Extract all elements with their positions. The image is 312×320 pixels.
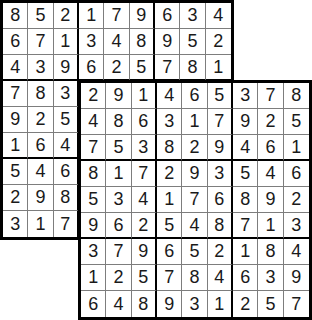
sudoku-cell-a-r1c1: 8 (3, 3, 28, 29)
sudoku-cell-a-r3c3: 9 (54, 55, 79, 81)
sudoku-cell-b-r5c5: 7 (182, 187, 207, 213)
sudoku-cell-b-r9c3: 8 (132, 291, 157, 317)
sudoku-cell-a-r3c1: 4 (3, 55, 28, 81)
sudoku-cell-a-r8c1: 2 (3, 185, 28, 211)
sudoku-cell-b-r4c6: 3 (208, 161, 233, 187)
sudoku-cell-b-r5c3: 4 (132, 187, 157, 213)
sudoku-cell-b-r3c1: 7 (81, 135, 106, 161)
sudoku-cell-b-r6c1: 9 (81, 213, 106, 239)
sudoku-cell-a-r6c3: 4 (54, 133, 79, 159)
sudoku-cell-b-r1c6: 5 (208, 83, 233, 109)
sudoku-cell-b-r5c6: 6 (208, 187, 233, 213)
sudoku-cell-b-r4c2: 1 (106, 161, 131, 187)
sudoku-cell-b-r9c2: 4 (106, 291, 131, 317)
sudoku-cell-b-r7c2: 7 (106, 239, 131, 265)
sudoku-cell-b-r8c2: 2 (106, 265, 131, 291)
sudoku-cell-a-r1c9: 4 (206, 3, 231, 29)
sudoku-cell-b-r4c7: 5 (233, 161, 258, 187)
sudoku-cell-b-r2c6: 7 (208, 109, 233, 135)
sudoku-cell-b-r5c1: 5 (81, 187, 106, 213)
sudoku-cell-b-r9c4: 9 (157, 291, 182, 317)
sudoku-cell-b-r6c6: 8 (208, 213, 233, 239)
sudoku-cell-a-r1c6: 9 (130, 3, 155, 29)
sudoku-cell-a-r3c9: 1 (206, 55, 231, 81)
sudoku-cell-b-r3c3: 3 (132, 135, 157, 161)
sudoku-cell-b-r6c4: 5 (157, 213, 182, 239)
sudoku-cell-a-r5c3: 5 (54, 107, 79, 133)
sudoku-cell-a-r6c1: 1 (3, 133, 28, 159)
sudoku-cell-a-r8c3: 8 (54, 185, 79, 211)
sudoku-cell-b-r6c8: 1 (258, 213, 283, 239)
sudoku-cell-b-r1c8: 7 (258, 83, 283, 109)
sudoku-cell-b-r3c4: 8 (157, 135, 182, 161)
sudoku-cell-a-r7c3: 6 (54, 159, 79, 185)
sudoku-cell-a-r3c4: 6 (79, 55, 104, 81)
sudoku-cell-b-r7c9: 4 (284, 239, 309, 265)
sudoku-cell-b-r2c2: 8 (106, 109, 131, 135)
sudoku-cell-b-r8c9: 9 (284, 265, 309, 291)
sudoku-cell-b-r7c4: 6 (157, 239, 182, 265)
sudoku-cell-b-r6c2: 6 (106, 213, 131, 239)
sudoku-cell-a-r9c3: 7 (54, 211, 79, 237)
sudoku-cell-b-r5c2: 3 (106, 187, 131, 213)
sudoku-cell-a-r9c2: 1 (28, 211, 53, 237)
sudoku-cell-a-r1c8: 3 (180, 3, 205, 29)
sudoku-cell-a-r4c3: 3 (54, 81, 79, 107)
sudoku-cell-b-r8c6: 4 (208, 265, 233, 291)
sudoku-cell-a-r2c6: 8 (130, 29, 155, 55)
sudoku-cell-b-r4c4: 2 (157, 161, 182, 187)
sudoku-cell-a-r5c2: 2 (28, 107, 53, 133)
sudoku-cell-b-r8c5: 8 (182, 265, 207, 291)
sudoku-cell-a-r3c8: 8 (180, 55, 205, 81)
sudoku-cell-a-r9c1: 3 (3, 211, 28, 237)
sudoku-cell-a-r8c2: 9 (28, 185, 53, 211)
sudoku-cell-a-r2c8: 5 (180, 29, 205, 55)
sudoku-cell-a-r2c3: 1 (54, 29, 79, 55)
sudoku-cell-b-r9c8: 5 (258, 291, 283, 317)
sudoku-cell-b-r5c8: 9 (258, 187, 283, 213)
sudoku-cell-a-r7c1: 5 (3, 159, 28, 185)
sudoku-cell-a-r1c5: 7 (104, 3, 129, 29)
sudoku-cell-b-r4c9: 6 (284, 161, 309, 187)
sudoku-cell-b-r4c5: 9 (182, 161, 207, 187)
sudoku-cell-b-r8c4: 7 (157, 265, 182, 291)
sudoku-cell-b-r9c7: 2 (233, 291, 258, 317)
sudoku-cell-b-r1c1: 2 (81, 83, 106, 109)
puzzle-canvas: 8521796346713489524396257817832914659254… (0, 0, 312, 320)
sudoku-cell-a-r2c4: 3 (79, 29, 104, 55)
sudoku-cell-b-r3c5: 2 (182, 135, 207, 161)
sudoku-cell-b-r1c5: 6 (182, 83, 207, 109)
sudoku-cell-b-r4c3: 7 (132, 161, 157, 187)
sudoku-cell-b-r2c7: 9 (233, 109, 258, 135)
sudoku-cell-b-r8c7: 6 (233, 265, 258, 291)
sudoku-cell-a-r3c5: 2 (104, 55, 129, 81)
sudoku-cell-a-r3c7: 7 (155, 55, 180, 81)
sudoku-cell-b-r7c7: 1 (233, 239, 258, 265)
sudoku-cell-b-r1c3: 1 (132, 83, 157, 109)
sudoku-cell-b-r6c5: 4 (182, 213, 207, 239)
sudoku-cell-b-r6c3: 2 (132, 213, 157, 239)
sudoku-cell-a-r2c9: 2 (206, 29, 231, 55)
sudoku-cell-b-r7c6: 2 (208, 239, 233, 265)
sudoku-cell-b-r5c9: 2 (284, 187, 309, 213)
sudoku-cell-b-r2c3: 6 (132, 109, 157, 135)
sudoku-cell-b-r4c1: 8 (81, 161, 106, 187)
sudoku-cell-b-r7c8: 8 (258, 239, 283, 265)
sudoku-cell-a-r2c1: 6 (3, 29, 28, 55)
sudoku-cell-b-r3c7: 4 (233, 135, 258, 161)
sudoku-cell-b-r8c3: 5 (132, 265, 157, 291)
sudoku-cell-b-r9c9: 7 (284, 291, 309, 317)
sudoku-cell-a-r5c1: 9 (3, 107, 28, 133)
sudoku-cell-b-r9c5: 3 (182, 291, 207, 317)
sudoku-cell-b-r9c6: 1 (208, 291, 233, 317)
sudoku-board-b: 2914653784863179257538294618172935465341… (78, 80, 312, 320)
sudoku-cell-a-r4c1: 7 (3, 81, 28, 107)
sudoku-cell-a-r2c2: 7 (28, 29, 53, 55)
sudoku-cell-b-r1c7: 3 (233, 83, 258, 109)
sudoku-cell-b-r2c4: 3 (157, 109, 182, 135)
sudoku-cell-b-r3c2: 5 (106, 135, 131, 161)
sudoku-cell-b-r8c1: 1 (81, 265, 106, 291)
sudoku-cell-a-r1c4: 1 (79, 3, 104, 29)
sudoku-cell-b-r9c1: 6 (81, 291, 106, 317)
sudoku-cell-b-r1c2: 9 (106, 83, 131, 109)
sudoku-cell-b-r2c1: 4 (81, 109, 106, 135)
sudoku-cell-b-r6c7: 7 (233, 213, 258, 239)
sudoku-cell-a-r1c2: 5 (28, 3, 53, 29)
sudoku-cell-b-r5c4: 1 (157, 187, 182, 213)
sudoku-cell-b-r7c5: 5 (182, 239, 207, 265)
sudoku-cell-b-r1c4: 4 (157, 83, 182, 109)
sudoku-cell-a-r3c6: 5 (130, 55, 155, 81)
sudoku-cell-a-r7c2: 4 (28, 159, 53, 185)
sudoku-cell-a-r2c5: 4 (104, 29, 129, 55)
sudoku-cell-b-r7c1: 3 (81, 239, 106, 265)
sudoku-cell-b-r6c9: 3 (284, 213, 309, 239)
sudoku-cell-b-r1c9: 8 (284, 83, 309, 109)
sudoku-cell-a-r6c2: 6 (28, 133, 53, 159)
sudoku-cell-a-r1c3: 2 (54, 3, 79, 29)
sudoku-cell-b-r4c8: 4 (258, 161, 283, 187)
sudoku-cell-b-r2c5: 1 (182, 109, 207, 135)
sudoku-cell-a-r4c2: 8 (28, 81, 53, 107)
sudoku-cell-b-r3c9: 1 (284, 135, 309, 161)
sudoku-cell-b-r2c8: 2 (258, 109, 283, 135)
sudoku-cell-b-r3c8: 6 (258, 135, 283, 161)
sudoku-cell-a-r3c2: 3 (28, 55, 53, 81)
sudoku-cell-a-r2c7: 9 (155, 29, 180, 55)
sudoku-cell-b-r8c8: 3 (258, 265, 283, 291)
sudoku-cell-b-r2c9: 5 (284, 109, 309, 135)
sudoku-cell-b-r7c3: 9 (132, 239, 157, 265)
sudoku-cell-a-r1c7: 6 (155, 3, 180, 29)
sudoku-cell-b-r3c6: 9 (208, 135, 233, 161)
sudoku-cell-b-r5c7: 8 (233, 187, 258, 213)
